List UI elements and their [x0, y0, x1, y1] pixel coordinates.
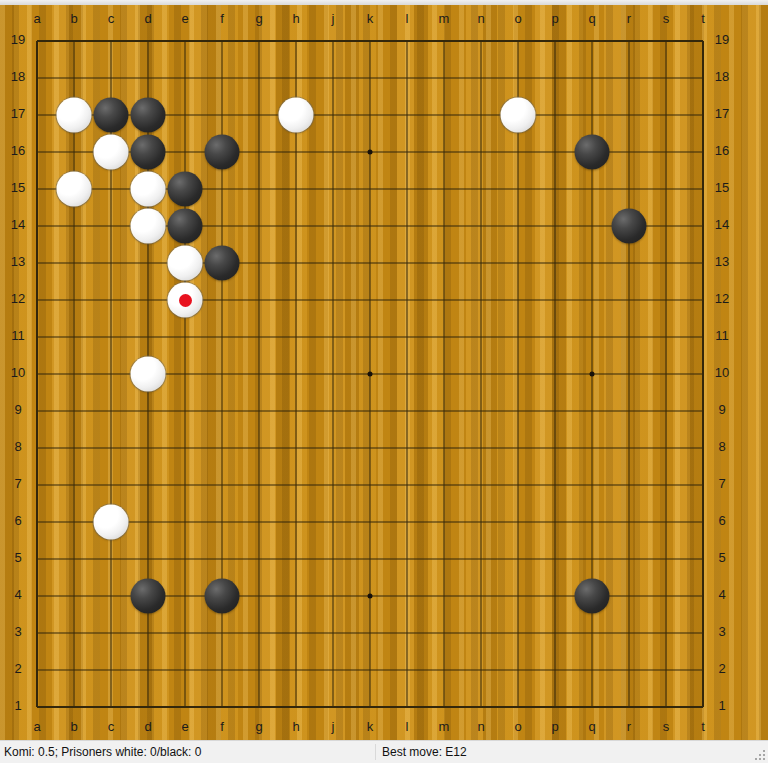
row-label-right: 19	[715, 33, 729, 46]
row-label-right: 8	[718, 440, 725, 453]
column-label-top: p	[551, 12, 558, 25]
row-label-right: 17	[715, 107, 729, 120]
stone-black	[205, 246, 240, 281]
row-label-right: 1	[718, 699, 725, 712]
column-label-bottom: t	[701, 720, 705, 733]
row-label-left: 12	[11, 292, 25, 305]
row-label-right: 15	[715, 181, 729, 194]
status-komi-prisoners: Komi: 0.5; Prisoners white: 0/black: 0	[4, 745, 201, 759]
column-label-bottom: l	[406, 720, 409, 733]
row-label-left: 7	[14, 477, 21, 490]
stone-black	[612, 209, 647, 244]
status-best-move: Best move: E12	[382, 745, 467, 759]
grid-line-vertical	[666, 41, 667, 707]
star-point	[368, 594, 373, 599]
grid-line-horizontal	[37, 633, 703, 634]
row-label-right: 16	[715, 144, 729, 157]
grid-line-horizontal	[37, 485, 703, 486]
row-label-left: 19	[11, 33, 25, 46]
row-label-left: 16	[11, 144, 25, 157]
column-label-top: f	[220, 12, 224, 25]
column-label-top: n	[477, 12, 484, 25]
grid-line-vertical	[702, 41, 704, 707]
row-label-right: 7	[718, 477, 725, 490]
star-point	[368, 372, 373, 377]
column-label-bottom: f	[220, 720, 224, 733]
row-label-right: 3	[718, 625, 725, 638]
column-label-bottom: c	[108, 720, 115, 733]
row-label-left: 1	[14, 699, 21, 712]
grid-line-horizontal	[37, 559, 703, 560]
column-label-top: j	[332, 12, 335, 25]
stone-white	[501, 98, 536, 133]
stone-black	[205, 135, 240, 170]
stone-black	[205, 579, 240, 614]
stone-black	[575, 135, 610, 170]
row-label-left: 13	[11, 255, 25, 268]
grid-line-vertical	[518, 41, 519, 707]
row-label-left: 14	[11, 218, 25, 231]
column-label-bottom: j	[332, 720, 335, 733]
column-label-bottom: n	[477, 720, 484, 733]
row-label-left: 8	[14, 440, 21, 453]
row-label-left: 17	[11, 107, 25, 120]
row-label-right: 5	[718, 551, 725, 564]
row-label-right: 4	[718, 588, 725, 601]
column-label-top: k	[367, 12, 374, 25]
column-label-bottom: m	[439, 720, 450, 733]
stone-white	[131, 209, 166, 244]
column-label-top: g	[255, 12, 262, 25]
row-label-left: 9	[14, 403, 21, 416]
go-app-window: aabbccddeeffgghhjjkkllmmnnooppqqrrsstt19…	[0, 0, 768, 763]
stone-black	[575, 579, 610, 614]
status-divider	[375, 744, 376, 760]
column-label-bottom: g	[255, 720, 262, 733]
row-label-right: 9	[718, 403, 725, 416]
stone-white	[168, 283, 203, 318]
stone-black	[168, 209, 203, 244]
column-label-top: m	[439, 12, 450, 25]
row-label-left: 11	[11, 329, 25, 342]
column-label-bottom: b	[70, 720, 77, 733]
column-label-bottom: r	[627, 720, 631, 733]
column-label-top: r	[627, 12, 631, 25]
row-label-right: 18	[715, 70, 729, 83]
row-label-left: 15	[11, 181, 25, 194]
column-label-top: e	[181, 12, 188, 25]
column-label-bottom: k	[367, 720, 374, 733]
grid-line-vertical	[407, 41, 408, 707]
column-label-top: q	[588, 12, 595, 25]
column-label-bottom: p	[551, 720, 558, 733]
column-label-bottom: e	[181, 720, 188, 733]
grid-line-horizontal	[37, 448, 703, 449]
grid-line-horizontal	[37, 522, 703, 523]
grid-line-vertical	[629, 41, 630, 707]
grid-line-horizontal	[37, 411, 703, 412]
stone-black	[94, 98, 129, 133]
column-label-top: c	[108, 12, 115, 25]
star-point	[590, 372, 595, 377]
column-label-top: h	[292, 12, 299, 25]
row-label-right: 10	[715, 366, 729, 379]
grid-line-vertical	[444, 41, 445, 707]
row-label-right: 12	[715, 292, 729, 305]
column-label-top: d	[144, 12, 151, 25]
column-label-bottom: q	[588, 720, 595, 733]
star-point	[368, 150, 373, 155]
column-label-bottom: h	[292, 720, 299, 733]
column-label-top: b	[70, 12, 77, 25]
stone-white	[168, 246, 203, 281]
row-label-left: 3	[14, 625, 21, 638]
best-move-marker-icon	[179, 294, 192, 307]
row-label-right: 6	[718, 514, 725, 527]
column-label-top: l	[406, 12, 409, 25]
stone-white	[131, 172, 166, 207]
stone-black	[131, 579, 166, 614]
stone-black	[131, 135, 166, 170]
column-label-bottom: s	[663, 720, 670, 733]
grid-line-horizontal	[37, 706, 703, 708]
stone-white	[57, 98, 92, 133]
go-board-grid[interactable]: aabbccddeeffgghhjjkkllmmnnooppqqrrsstt19…	[0, 0, 768, 740]
column-label-bottom: a	[33, 720, 40, 733]
column-label-bottom: o	[514, 720, 521, 733]
stone-white	[57, 172, 92, 207]
row-label-left: 6	[14, 514, 21, 527]
column-label-top: t	[701, 12, 705, 25]
status-bar: Komi: 0.5; Prisoners white: 0/black: 0 B…	[0, 740, 768, 763]
row-label-right: 13	[715, 255, 729, 268]
stone-white	[94, 505, 129, 540]
row-label-right: 2	[718, 662, 725, 675]
stone-white	[279, 98, 314, 133]
column-label-top: a	[33, 12, 40, 25]
row-label-left: 5	[14, 551, 21, 564]
row-label-right: 14	[715, 218, 729, 231]
row-label-left: 4	[14, 588, 21, 601]
row-label-right: 11	[715, 329, 729, 342]
row-label-left: 18	[11, 70, 25, 83]
stone-black	[168, 172, 203, 207]
resize-grip-icon[interactable]	[755, 750, 766, 761]
stone-white	[94, 135, 129, 170]
stone-white	[131, 357, 166, 392]
grid-line-vertical	[481, 41, 482, 707]
stone-black	[131, 98, 166, 133]
grid-line-vertical	[555, 41, 556, 707]
column-label-bottom: d	[144, 720, 151, 733]
row-label-left: 2	[14, 662, 21, 675]
column-label-top: o	[514, 12, 521, 25]
grid-line-horizontal	[37, 670, 703, 671]
column-label-top: s	[663, 12, 670, 25]
row-label-left: 10	[11, 366, 25, 379]
